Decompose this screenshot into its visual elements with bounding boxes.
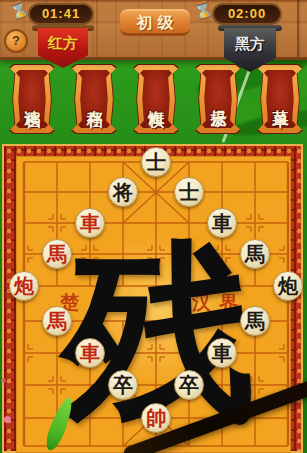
- xiangqi-app: 楚 汉界 士将士車車馬馬炮炮馬馬車車卒卒帥 残 ⌛ 01:41 ⌛ 02:00 …: [0, 0, 307, 453]
- piece-black-6-2[interactable]: 車: [207, 208, 237, 238]
- hint-button[interactable]: 提示: [195, 64, 241, 134]
- river-label-right: 汉界: [192, 290, 246, 316]
- piece-red-2-2[interactable]: 車: [75, 208, 105, 238]
- menu-button[interactable]: 菜单: [257, 64, 303, 134]
- piece-red-0-4[interactable]: 炮: [9, 271, 39, 301]
- plank-seam: [96, 0, 98, 57]
- black-timer: 02:00: [212, 3, 282, 25]
- piece-black-6-6[interactable]: 車: [207, 338, 237, 368]
- help-button[interactable]: ?: [4, 29, 28, 53]
- piece-black-4-0[interactable]: 士: [141, 147, 171, 177]
- blossom-dot-icon: [1, 378, 6, 383]
- load-game-button[interactable]: 读档: [9, 64, 55, 134]
- piece-black-7-5[interactable]: 馬: [240, 306, 270, 336]
- blossom-dot-icon: [4, 416, 11, 423]
- piece-red-4-8[interactable]: 帥: [141, 403, 171, 433]
- level-button[interactable]: 初级: [120, 9, 190, 36]
- hint-label: 提示: [208, 97, 229, 101]
- piece-black-7-3[interactable]: 馬: [240, 239, 270, 269]
- plank-seam: [297, 0, 299, 57]
- menu-label: 菜单: [270, 97, 291, 101]
- load-game-label: 读档: [22, 97, 43, 101]
- piece-black-3-1[interactable]: 将: [108, 177, 138, 207]
- red-timer: 01:41: [28, 3, 94, 25]
- piece-black-8-4[interactable]: 炮: [273, 271, 303, 301]
- piece-red-1-5[interactable]: 馬: [42, 306, 72, 336]
- save-game-label: 存档: [84, 97, 105, 101]
- undo-move-label: 悔棋: [146, 97, 167, 101]
- piece-black-5-7[interactable]: 卒: [174, 370, 204, 400]
- piece-red-2-6[interactable]: 車: [75, 338, 105, 368]
- undo-move-button[interactable]: 悔棋: [133, 64, 179, 134]
- piece-red-1-3[interactable]: 馬: [42, 239, 72, 269]
- piece-black-5-1[interactable]: 士: [174, 177, 204, 207]
- save-game-button[interactable]: 存档: [71, 64, 117, 134]
- piece-black-3-7[interactable]: 卒: [108, 370, 138, 400]
